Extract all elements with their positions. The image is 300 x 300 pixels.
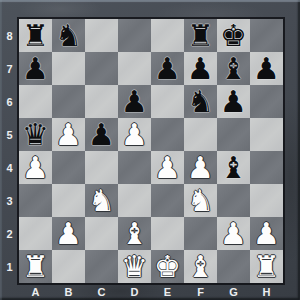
rank-label-4: 4 <box>0 151 19 184</box>
square-e6[interactable] <box>151 85 184 118</box>
square-g2[interactable]: ♟ <box>217 217 250 250</box>
square-a2[interactable] <box>19 217 52 250</box>
black-pawn-piece[interactable]: ♟ <box>220 85 247 118</box>
rank-label-6: 6 <box>0 85 19 118</box>
rank-label-5: 5 <box>0 118 19 151</box>
square-e5[interactable] <box>151 118 184 151</box>
file-label-h: H <box>250 283 283 300</box>
white-knight-piece[interactable]: ♞ <box>88 184 115 217</box>
square-c1[interactable] <box>85 250 118 283</box>
square-h8[interactable] <box>250 19 283 52</box>
square-g6[interactable]: ♟ <box>217 85 250 118</box>
square-c4[interactable] <box>85 151 118 184</box>
square-e8[interactable] <box>151 19 184 52</box>
square-a4[interactable]: ♟ <box>19 151 52 184</box>
file-labels: ABCDEFGH <box>19 283 283 300</box>
square-g8[interactable]: ♚ <box>217 19 250 52</box>
square-b8[interactable]: ♞ <box>52 19 85 52</box>
square-c7[interactable] <box>85 52 118 85</box>
black-rook-piece[interactable]: ♜ <box>187 19 214 52</box>
square-c5[interactable]: ♟ <box>85 118 118 151</box>
white-pawn-piece[interactable]: ♟ <box>55 217 82 250</box>
file-label-a: A <box>19 283 52 300</box>
square-b2[interactable]: ♟ <box>52 217 85 250</box>
square-f4[interactable]: ♟ <box>184 151 217 184</box>
square-b4[interactable] <box>52 151 85 184</box>
square-b6[interactable] <box>52 85 85 118</box>
black-king-piece[interactable]: ♚ <box>220 19 247 52</box>
black-pawn-piece[interactable]: ♟ <box>187 52 214 85</box>
file-label-d: D <box>118 283 151 300</box>
rank-label-7: 7 <box>0 52 19 85</box>
file-label-e: E <box>151 283 184 300</box>
square-e7[interactable]: ♟ <box>151 52 184 85</box>
black-queen-piece[interactable]: ♛ <box>22 118 49 151</box>
black-bishop-piece[interactable]: ♝ <box>220 52 247 85</box>
square-a1[interactable]: ♜ <box>19 250 52 283</box>
square-f6[interactable]: ♞ <box>184 85 217 118</box>
square-g4[interactable]: ♝ <box>217 151 250 184</box>
square-a8[interactable]: ♜ <box>19 19 52 52</box>
chess-board-frame: 87654321 ABCDEFGH ♜♞♜♚♟♟♟♝♟♟♞♟♛♟♟♟♟♟♟♝♞♞… <box>0 0 300 300</box>
chess-board: ♜♞♜♚♟♟♟♝♟♟♞♟♛♟♟♟♟♟♟♝♞♞♟♝♟♟♜♛♚♝♜ <box>19 19 283 283</box>
white-bishop-piece[interactable]: ♝ <box>187 250 214 283</box>
white-pawn-piece[interactable]: ♟ <box>187 151 214 184</box>
square-d3[interactable] <box>118 184 151 217</box>
white-rook-piece[interactable]: ♜ <box>253 250 280 283</box>
square-c6[interactable] <box>85 85 118 118</box>
white-pawn-piece[interactable]: ♟ <box>220 217 247 250</box>
square-f2[interactable] <box>184 217 217 250</box>
square-d1[interactable]: ♛ <box>118 250 151 283</box>
black-rook-piece[interactable]: ♜ <box>22 19 49 52</box>
square-b7[interactable] <box>52 52 85 85</box>
black-pawn-piece[interactable]: ♟ <box>154 52 181 85</box>
square-e2[interactable] <box>151 217 184 250</box>
square-a6[interactable] <box>19 85 52 118</box>
square-h7[interactable]: ♟ <box>250 52 283 85</box>
rank-label-2: 2 <box>0 217 19 250</box>
square-f8[interactable]: ♜ <box>184 19 217 52</box>
square-g7[interactable]: ♝ <box>217 52 250 85</box>
white-king-piece[interactable]: ♚ <box>154 250 181 283</box>
black-knight-piece[interactable]: ♞ <box>187 85 214 118</box>
square-a5[interactable]: ♛ <box>19 118 52 151</box>
square-d2[interactable]: ♝ <box>118 217 151 250</box>
white-pawn-piece[interactable]: ♟ <box>55 118 82 151</box>
square-h5[interactable] <box>250 118 283 151</box>
rank-label-8: 8 <box>0 19 19 52</box>
black-pawn-piece[interactable]: ♟ <box>253 52 280 85</box>
square-e1[interactable]: ♚ <box>151 250 184 283</box>
square-d6[interactable]: ♟ <box>118 85 151 118</box>
square-f1[interactable]: ♝ <box>184 250 217 283</box>
file-label-b: B <box>52 283 85 300</box>
square-b1[interactable] <box>52 250 85 283</box>
square-a7[interactable]: ♟ <box>19 52 52 85</box>
square-h6[interactable] <box>250 85 283 118</box>
square-b3[interactable] <box>52 184 85 217</box>
rank-label-3: 3 <box>0 184 19 217</box>
rank-label-1: 1 <box>0 250 19 283</box>
white-pawn-piece[interactable]: ♟ <box>22 151 49 184</box>
white-pawn-piece[interactable]: ♟ <box>121 118 148 151</box>
square-b5[interactable]: ♟ <box>52 118 85 151</box>
white-bishop-piece[interactable]: ♝ <box>121 217 148 250</box>
black-knight-piece[interactable]: ♞ <box>55 19 82 52</box>
white-knight-piece[interactable]: ♞ <box>187 184 214 217</box>
file-label-c: C <box>85 283 118 300</box>
square-g5[interactable] <box>217 118 250 151</box>
square-c3[interactable]: ♞ <box>85 184 118 217</box>
square-d8[interactable] <box>118 19 151 52</box>
black-pawn-piece[interactable]: ♟ <box>88 118 115 151</box>
square-h3[interactable] <box>250 184 283 217</box>
square-e4[interactable]: ♟ <box>151 151 184 184</box>
square-d7[interactable] <box>118 52 151 85</box>
file-label-g: G <box>217 283 250 300</box>
square-h2[interactable]: ♟ <box>250 217 283 250</box>
square-c8[interactable] <box>85 19 118 52</box>
square-g3[interactable] <box>217 184 250 217</box>
square-f7[interactable]: ♟ <box>184 52 217 85</box>
square-c2[interactable] <box>85 217 118 250</box>
white-queen-piece[interactable]: ♛ <box>121 250 148 283</box>
white-rook-piece[interactable]: ♜ <box>22 250 49 283</box>
square-g1[interactable] <box>217 250 250 283</box>
square-f5[interactable] <box>184 118 217 151</box>
black-pawn-piece[interactable]: ♟ <box>22 52 49 85</box>
square-f3[interactable]: ♞ <box>184 184 217 217</box>
black-pawn-piece[interactable]: ♟ <box>121 85 148 118</box>
square-a3[interactable] <box>19 184 52 217</box>
rank-labels: 87654321 <box>0 19 19 283</box>
file-label-f: F <box>184 283 217 300</box>
square-h1[interactable]: ♜ <box>250 250 283 283</box>
black-bishop-piece[interactable]: ♝ <box>220 151 247 184</box>
square-d4[interactable] <box>118 151 151 184</box>
square-h4[interactable] <box>250 151 283 184</box>
white-pawn-piece[interactable]: ♟ <box>253 217 280 250</box>
square-d5[interactable]: ♟ <box>118 118 151 151</box>
white-pawn-piece[interactable]: ♟ <box>154 151 181 184</box>
square-e3[interactable] <box>151 184 184 217</box>
